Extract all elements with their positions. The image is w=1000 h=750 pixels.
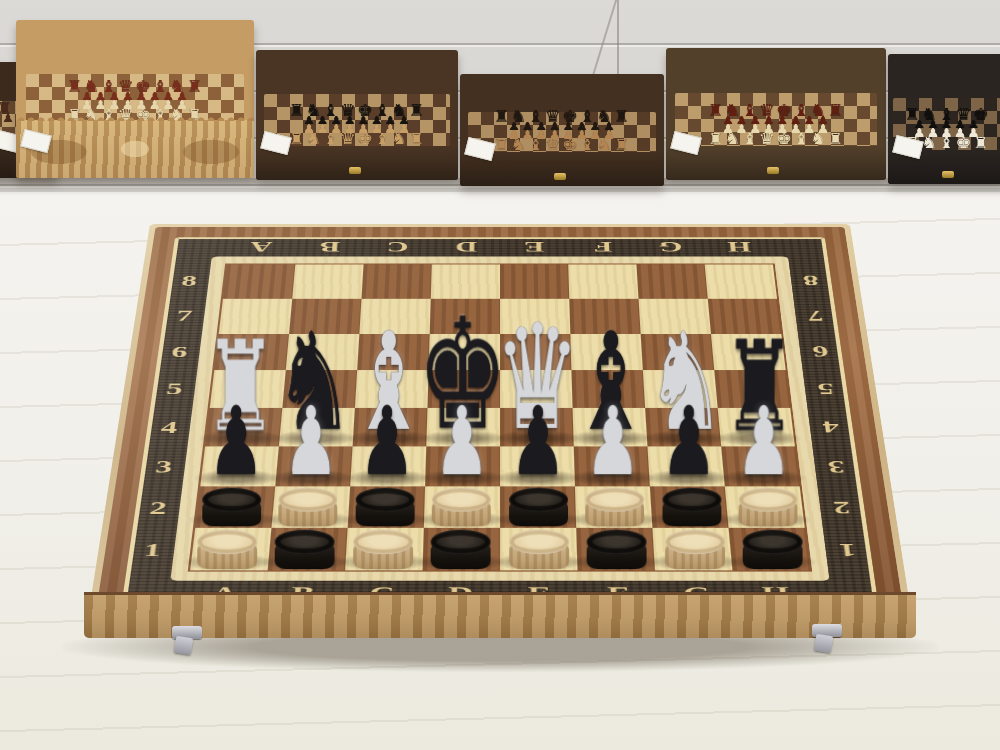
back-piece-row: ♜♞♝♛♚♝♞♜ (256, 104, 458, 115)
black-checker-c2 (346, 487, 424, 529)
brass-latch (767, 167, 779, 174)
board-surface: ABCDEFGH ABCDEFGH 87654321 87654321 ♜♞♝♚… (87, 224, 914, 625)
back-piece-row: ♟♟♟♟♟♟♟♟ (666, 116, 886, 125)
black-checker-h1 (730, 529, 812, 572)
rank-right-label-4: 4 (809, 408, 854, 447)
chess-piece-glyph: ♟ (736, 398, 792, 485)
chess-piece-glyph: ♟ (359, 398, 415, 485)
checker-disc (432, 499, 491, 526)
checker-disc (202, 499, 261, 526)
case-latch-right (812, 624, 842, 637)
rank-left-label-4: 4 (147, 408, 192, 447)
checker-top-face (355, 488, 414, 512)
rank-right-label-7: 7 (794, 298, 836, 333)
brass-latch (942, 171, 954, 178)
case-body (666, 146, 886, 180)
silver-pawn-d3: ♟ (424, 447, 500, 487)
back-piece-row: ♟♟♟♟♟ (888, 120, 1000, 129)
chess-piece-glyph: ♟ (434, 398, 490, 485)
brass-latch (554, 173, 566, 180)
checker-disc (662, 499, 721, 526)
white-checker-d2 (423, 487, 500, 529)
checker-top-face (662, 488, 721, 512)
chess-piece-glyph: ♟ (510, 398, 566, 485)
checker-top-face (197, 530, 257, 554)
white-checker-f2 (576, 487, 654, 529)
silver-pawn-b3: ♟ (273, 447, 351, 487)
rank-left-label-7: 7 (163, 298, 205, 333)
checker-top-face (275, 530, 335, 554)
checker-disc (586, 499, 645, 526)
checker-top-face (353, 530, 413, 554)
front-piece-row: ♟♟♟♟♟♟♟♟ (16, 100, 254, 109)
rank-right-label-6: 6 (799, 333, 842, 370)
checker-top-face (509, 530, 569, 554)
checker-disc (353, 541, 413, 569)
chess-piece-glyph: ♟ (208, 398, 264, 485)
checker-disc (587, 541, 647, 569)
black-pawn-c3: ♟ (349, 447, 426, 487)
checker-disc (197, 541, 257, 569)
black-pawn-g3: ♟ (649, 447, 727, 487)
checker-top-face (509, 488, 568, 512)
front-piece-row: ♟♟♟♟♟ (888, 128, 1000, 137)
checker-top-face (279, 488, 338, 512)
silver-pawn-h3: ♟ (723, 447, 802, 487)
checker-disc (275, 541, 335, 569)
front-piece-row: ♟♟♟♟♟♟♟♟ (256, 124, 458, 133)
black-pawn-e3: ♟ (500, 447, 576, 487)
back-piece-row: ♟♟♟♟♟♟♟♟ (256, 116, 458, 125)
walnut-set-black-vs-natural: ♜♞♝♛♚♝♞♜♟♟♟♟♟♟♟♟♟♟♟♟♟♟♟♟♜♞♝♛♚♝♞♜ (256, 50, 458, 180)
back-piece-row: ♜♞♝♛♚♝♞♜ (666, 104, 886, 115)
black-checker-b1 (266, 529, 347, 572)
black-checker-d1 (422, 529, 500, 572)
back-piece-row: ♟♟♟♟♟♟♟♟ (460, 122, 664, 131)
chess-piece-glyph: ♟ (283, 398, 339, 485)
checker-disc (665, 541, 725, 569)
silver-pawn-f3: ♟ (574, 447, 651, 487)
black-checker-e2 (500, 487, 577, 529)
carved-chest-set: ♜♞♝♛♚♝♞♜♟♟♟♟♟♟♟♟♟♟♟♟♟♟♟♟♜♞♝♛♚♝♞♜ (16, 20, 254, 178)
checker-top-face (739, 488, 798, 512)
rank-left-label-3: 3 (141, 447, 186, 487)
checker-disc (355, 499, 414, 526)
carved-chest-body (16, 120, 254, 178)
back-piece-row: ♜♞♝♛♚♝♞♜ (16, 80, 254, 91)
case-front-oak (84, 592, 916, 638)
checker-top-face (431, 530, 491, 554)
checker-top-face (665, 530, 725, 554)
black-vs-ivory-set: ♜♞♝♛♚♟♟♟♟♟♟♟♟♟♟♜♞♝♚♜ (888, 54, 1000, 184)
checker-top-face (743, 530, 803, 554)
chess-piece-glyph: ♟ (660, 398, 716, 485)
main-chess-board: ABCDEFGH ABCDEFGH 87654321 87654321 ♜♞♝♚… (150, 224, 850, 644)
checker-top-face (202, 488, 261, 512)
brass-latch (349, 167, 361, 174)
checker-disc (431, 541, 491, 569)
white-checker-c1 (344, 529, 423, 572)
walnut-set-black-vs-oak: ♜♞♝♛♚♝♞♜♟♟♟♟♟♟♟♟♟♟♟♟♟♟♟♟♜♞♝♛♚♝♞♜ (460, 74, 664, 186)
back-piece-row: ♜♞♝♛♚ (888, 108, 1000, 119)
front-piece-row: ♟♟♟♟♟♟♟♟ (460, 130, 664, 139)
black-pawn-a3: ♟ (198, 447, 277, 487)
back-piece-row: ♟♟♟♟♟♟♟♟ (16, 92, 254, 101)
checker-top-face (432, 488, 491, 512)
checker-top-face (586, 488, 645, 512)
checker-disc (509, 541, 569, 569)
white-checker-e1 (500, 529, 578, 572)
checker-disc (509, 499, 568, 526)
red-vs-cream-set: ♜♞♝♛♚♝♞♜♟♟♟♟♟♟♟♟♟♟♟♟♟♟♟♟♜♞♝♛♚♝♞♜ (666, 48, 886, 180)
back-piece-row: ♜♞♝♛♚♝♞♜ (460, 110, 664, 121)
checker-disc (743, 541, 803, 569)
checker-disc (739, 499, 798, 526)
rank-left-label-6: 6 (158, 333, 201, 370)
case-latch-left (172, 626, 202, 639)
chess-piece-glyph: ♟ (585, 398, 641, 485)
white-checker-g1 (654, 529, 735, 572)
black-checker-f1 (577, 529, 656, 572)
front-piece-row: ♟♟♟♟♟♟♟♟ (666, 124, 886, 133)
checker-top-face (587, 530, 647, 554)
checker-disc (279, 499, 338, 526)
rank-right-label-3: 3 (814, 447, 859, 487)
